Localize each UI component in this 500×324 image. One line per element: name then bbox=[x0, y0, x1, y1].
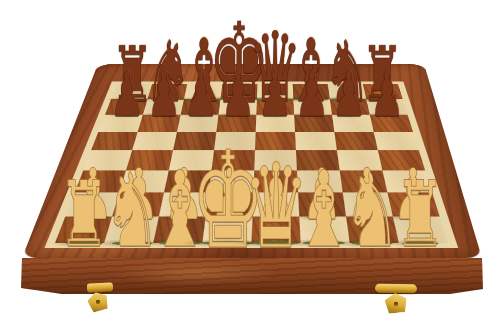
latch-plate-icon bbox=[375, 284, 417, 294]
product-photo-chess-set: ♜♞♝♚♛♝♞♜♟♟♟♟♟♟♟♟♟♟♟♟♟♟♟♟♜♞♝♚♛♝♞♜ bbox=[0, 0, 500, 324]
piece-glyph: ♜ bbox=[395, 169, 446, 260]
square-h5[interactable] bbox=[374, 132, 419, 151]
piece-glyph: ♟ bbox=[369, 64, 403, 126]
square-a5[interactable] bbox=[91, 132, 138, 151]
latch-pin-icon bbox=[394, 302, 398, 306]
white-rook-h1[interactable]: ♜ bbox=[379, 169, 461, 244]
black-pawn-h7[interactable]: ♟ bbox=[359, 64, 415, 115]
brass-latch-right bbox=[374, 282, 418, 316]
square-g5[interactable] bbox=[334, 132, 378, 151]
latch-pin-icon bbox=[96, 300, 100, 304]
latch-plate-icon bbox=[87, 282, 113, 292]
brass-latch-left bbox=[85, 281, 115, 315]
